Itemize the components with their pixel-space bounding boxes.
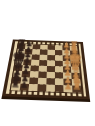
square[interactable]	[55, 85, 64, 92]
square[interactable]: ♝	[16, 54, 25, 60]
piece-bP: ♟	[26, 41, 33, 49]
piece-wR: ♜	[69, 41, 78, 51]
square[interactable]: ♜	[72, 86, 81, 93]
square[interactable]	[31, 60, 39, 66]
square[interactable]	[37, 84, 46, 91]
decorative-tick-border: ♜♟♟♜♞♟♟♞♝♟♟♝♚♟♟♚♛♟♟♛♝♟♟♝♞♟♟♞♜♟♟♜	[6, 41, 86, 96]
square[interactable]: ♟	[64, 85, 73, 92]
board-scene: ♜♟♟♜♞♟♟♞♝♟♟♝♚♟♟♚♛♟♟♛♝♟♟♝♞♟♟♞♜♟♟♜	[7, 26, 88, 107]
chess-board: ♜♟♟♜♞♟♟♞♝♟♟♝♚♟♟♚♛♟♟♛♝♟♟♝♞♟♟♞♜♟♟♜	[2, 40, 90, 100]
square[interactable]: ♜	[11, 83, 21, 90]
square[interactable]	[55, 61, 63, 67]
product-photo-stage: ♜♟♟♜♞♟♟♞♝♟♟♝♚♟♟♚♛♟♟♛♝♟♟♝♞♟♟♞♜♟♟♜	[0, 0, 95, 126]
piece-wP: ♟	[64, 64, 72, 72]
square[interactable]: ♟	[20, 84, 30, 91]
board-grid: ♜♟♟♜♞♟♟♞♝♟♟♝♚♟♟♚♛♟♟♛♝♟♟♝♞♟♟♞♜♟♟♜	[11, 44, 82, 93]
square[interactable]	[46, 85, 55, 92]
playing-area-frame: ♜♟♟♜♞♟♟♞♝♟♟♝♚♟♟♚♛♟♟♛♝♟♟♝♞♟♟♞♜♟♟♜	[10, 43, 83, 93]
